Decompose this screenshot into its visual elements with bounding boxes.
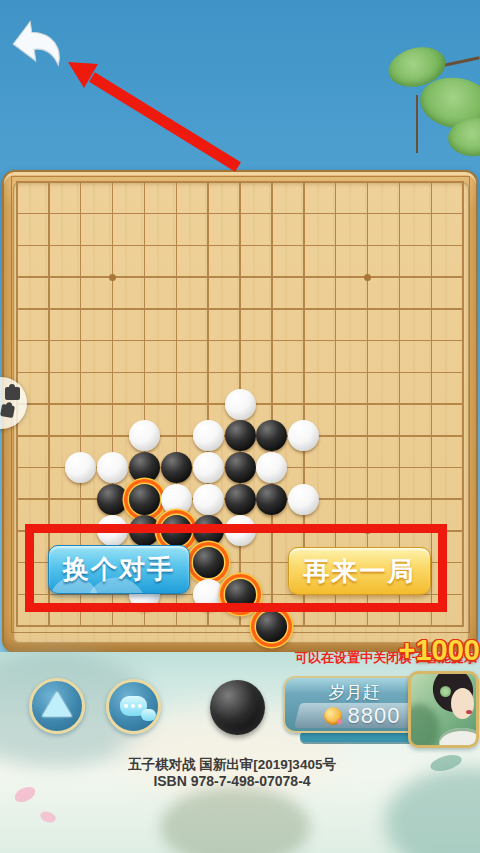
white-stone (288, 484, 319, 515)
avatar-hair-ornament (440, 686, 451, 697)
license-line: 五子棋对战 国新出审[2019]3405号 (0, 756, 464, 774)
player-info-banner[interactable]: 岁月赶 8800 (283, 676, 425, 733)
white-stone (161, 484, 192, 515)
white-stone (225, 389, 256, 420)
play-again-button[interactable]: 再来一局 (288, 547, 431, 595)
back-arrow-icon (10, 18, 60, 71)
black-stone (256, 484, 287, 515)
change-opponent-button[interactable]: 换个对手 (48, 545, 190, 594)
avatar-lips (466, 710, 472, 714)
coin-amount: 8800 (348, 703, 401, 729)
petal (39, 810, 57, 825)
avatar-background-leaves (408, 704, 439, 748)
white-stone (193, 452, 224, 483)
avatar-face (451, 688, 474, 719)
white-stone (97, 452, 128, 483)
play-again-label: 再来一局 (304, 554, 416, 589)
chat-button[interactable] (106, 679, 161, 734)
white-stone (288, 420, 319, 451)
black-stone (161, 452, 192, 483)
black-stone (225, 484, 256, 515)
expand-up-button[interactable] (29, 678, 85, 734)
black-stone (225, 420, 256, 451)
white-stone (129, 420, 160, 451)
black-stone-indicator (210, 680, 265, 735)
white-stone (193, 420, 224, 451)
white-stone (193, 484, 224, 515)
change-opponent-label: 换个对手 (63, 552, 175, 587)
back-button[interactable] (6, 12, 72, 78)
player-avatar[interactable] (408, 671, 479, 748)
avatar-clothing (439, 728, 479, 748)
black-stone (129, 452, 160, 483)
black-stone-winning (256, 611, 287, 642)
triangle-up-icon (42, 692, 72, 717)
white-stone (65, 452, 96, 483)
black-stone-winning (129, 484, 160, 515)
white-stone (256, 452, 287, 483)
tree-scenery (160, 787, 310, 853)
isbn-line: ISBN 978-7-498-07078-4 (0, 773, 464, 789)
game-screen: 换个对手 再来一局 可以在设置中关闭棋子智能提示 +1000 岁月赶 (0, 0, 480, 853)
black-stone (256, 420, 287, 451)
gold-coin-icon (324, 707, 342, 725)
coin-reward-text: +1000 (399, 634, 480, 667)
player-name: 岁月赶 (285, 681, 423, 704)
black-stone (225, 452, 256, 483)
black-stone (97, 484, 128, 515)
